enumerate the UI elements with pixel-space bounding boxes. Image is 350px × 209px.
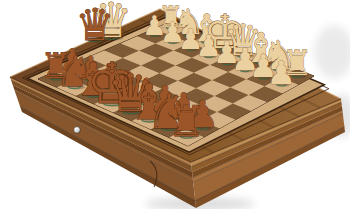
piece-black-rook-a8[interactable]: ♜ xyxy=(168,97,206,146)
chess-case-and-board: ♜♞♟♛♛♝♟♚♟♛♟♝♟♞♟♟♜♟♜♟♟♞♟♝♟♚♟♛♟♟♝♟♞♜ xyxy=(0,0,350,209)
chess-set-scene: ♜♞♟♛♛♝♟♚♟♛♟♝♟♞♟♟♜♟♜♟♟♞♟♝♟♚♟♛♟♟♝♟♞♜ xyxy=(0,0,350,209)
piece-white-pawn-a2[interactable]: ♟ xyxy=(267,54,296,92)
background-shadow xyxy=(314,25,350,79)
drawer-knob[interactable] xyxy=(74,127,81,134)
drawer-knob-highlight xyxy=(75,128,77,130)
